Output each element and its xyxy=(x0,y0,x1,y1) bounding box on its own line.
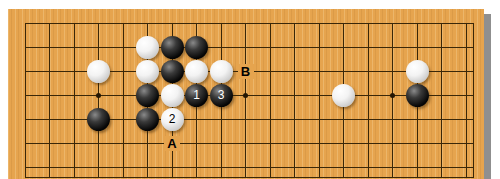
stone-black-col17-row4[interactable] xyxy=(406,84,429,107)
stone-white-col7-row5[interactable]: 2 xyxy=(161,108,184,131)
diagram-cut-border-right xyxy=(473,23,474,178)
grid-horizontal-line xyxy=(25,47,474,48)
stone-black-col7-row2[interactable] xyxy=(161,36,184,59)
grid-horizontal-line xyxy=(25,167,474,168)
stone-white-col4-row3[interactable] xyxy=(87,60,110,83)
grid-horizontal-line xyxy=(25,23,474,24)
stone-black-col9-row4[interactable]: 3 xyxy=(210,84,233,107)
diagram-cut-border-bottom xyxy=(25,177,474,178)
star-point xyxy=(96,93,101,98)
stone-white-col14-row4[interactable] xyxy=(332,84,355,107)
stone-white-col6-row2[interactable] xyxy=(136,36,159,59)
point-label-A[interactable]: A xyxy=(164,136,180,151)
star-point xyxy=(390,93,395,98)
stone-white-col17-row3[interactable] xyxy=(406,60,429,83)
stone-black-col7-row3[interactable] xyxy=(161,60,184,83)
board-edge-shadow xyxy=(484,14,491,179)
stone-white-col7-row4[interactable] xyxy=(161,84,184,107)
go-diagram-screenshot: 132AB xyxy=(0,0,500,179)
go-board[interactable]: 132AB xyxy=(8,9,484,179)
stone-black-col6-row5[interactable] xyxy=(136,108,159,131)
star-point xyxy=(243,93,248,98)
point-label-B[interactable]: B xyxy=(238,64,254,79)
stone-black-col6-row4[interactable] xyxy=(136,84,159,107)
grid-horizontal-line xyxy=(25,143,474,144)
stone-black-col8-row4[interactable]: 1 xyxy=(185,84,208,107)
stone-white-col8-row3[interactable] xyxy=(185,60,208,83)
stone-black-col8-row2[interactable] xyxy=(185,36,208,59)
stone-black-col4-row5[interactable] xyxy=(87,108,110,131)
stone-white-col9-row3[interactable] xyxy=(210,60,233,83)
stone-white-col6-row3[interactable] xyxy=(136,60,159,83)
